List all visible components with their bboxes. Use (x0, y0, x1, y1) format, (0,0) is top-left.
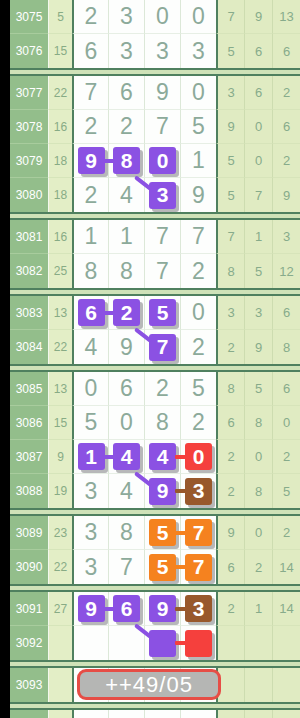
draw-row: 3079189801502 (10, 144, 300, 178)
draw-number: 3085 (10, 372, 48, 406)
aux-stat-value: 1 (244, 592, 272, 626)
draw-week-group: 308116117771330822588728512 (10, 218, 300, 290)
digit-value: 1 (192, 147, 205, 174)
digit-value: 2 (85, 113, 98, 140)
highlight-square-purple (149, 630, 176, 657)
draw-number: 3091 (10, 592, 48, 626)
draw-week-group: 3077227690362307816227590630791898015023… (10, 74, 300, 214)
digit-cell: 3 (108, 34, 144, 68)
digit-cell: 1 (72, 220, 108, 254)
digit-cell: 7 (144, 220, 180, 254)
draw-number: 3077 (10, 76, 48, 110)
digit-value: 4 (85, 334, 98, 361)
digit-value: 2 (120, 113, 133, 140)
aux-stat-value: 6 (272, 296, 300, 330)
digit-cell: 9 (144, 76, 180, 110)
aux-stat-value: 2 (272, 144, 300, 178)
sum-value: 18 (48, 178, 72, 212)
digit-cell: 7 (180, 220, 216, 254)
highlight-square-purple: 9 (149, 595, 176, 622)
highlight-square-purple: 4 (149, 443, 176, 470)
aux-stat-value: 14 (272, 550, 300, 584)
aux-stat-value: 6 (244, 76, 272, 110)
digit-value: 8 (85, 258, 98, 285)
aux-stat-value (216, 626, 244, 660)
digit-value: 6 (120, 375, 133, 402)
draw-number: 3082 (10, 254, 48, 288)
digit-cell: 0 (144, 144, 180, 178)
digit-cell: 7 (144, 110, 180, 144)
digit-cell: 3 (108, 0, 144, 34)
draw-row: 3085130625856 (10, 372, 300, 406)
digit-cell: 9 (144, 474, 180, 508)
draw-week-group: 3085130625856308615508268030879144020230… (10, 370, 300, 510)
digit-cell: 5 (180, 110, 216, 144)
digit-cell: 7 (144, 330, 180, 364)
aux-stat-value: 14 (272, 592, 300, 626)
draw-week-group: 309127969321143092 (10, 590, 300, 662)
digit-cell: 4 (108, 178, 144, 212)
aux-stat-value: 6 (272, 110, 300, 144)
sum-value: 15 (48, 406, 72, 440)
highlight-square-red (185, 630, 212, 657)
digit-cell: 2 (180, 330, 216, 364)
highlight-square-purple: 2 (113, 299, 140, 326)
digit-value: 3 (85, 478, 98, 505)
sum-value: 27 (48, 592, 72, 626)
digit-cell: 2 (72, 110, 108, 144)
digit-value: 3 (192, 38, 205, 65)
digit-cell: 9 (72, 592, 108, 626)
digit-value: 6 (85, 38, 98, 65)
digit-cell: 1 (72, 440, 108, 474)
aux-stat-value: 2 (216, 592, 244, 626)
draw-week-group: 30755230079133076156333566 (10, 0, 300, 70)
digit-value: 9 (156, 79, 169, 106)
digit-cell: 0 (72, 372, 108, 406)
digit-cell: 4 (72, 330, 108, 364)
highlight-square-orange: 7 (185, 519, 212, 546)
digit-value: 0 (192, 79, 205, 106)
aux-stat-value: 0 (272, 406, 300, 440)
digit-value: 2 (192, 258, 205, 285)
highlight-square-purple: 9 (78, 147, 105, 174)
digit-value: 3 (120, 38, 133, 65)
aux-stat-value: 8 (244, 474, 272, 508)
draw-number: 3093 (10, 668, 48, 702)
aux-stat-value: 2 (216, 474, 244, 508)
draw-number: 3084 (10, 330, 48, 364)
digit-cell: 7 (144, 254, 180, 288)
draw-row: 3086155082680 (10, 406, 300, 440)
aux-stat-value: 3 (272, 220, 300, 254)
digit-cell (144, 710, 180, 718)
highlight-square-purple: 3 (149, 182, 176, 209)
digit-value: 9 (120, 334, 133, 361)
digit-value: 8 (120, 258, 133, 285)
sum-value: 13 (48, 296, 72, 330)
aux-stat-value: 2 (216, 440, 244, 474)
sum-value: 25 (48, 254, 72, 288)
aux-stat-value: 8 (216, 372, 244, 406)
digit-cell: 8 (72, 254, 108, 288)
aux-stat-value: 5 (244, 372, 272, 406)
digit-cell: 8 (108, 516, 144, 550)
draw-row: 3084224972298 (10, 330, 300, 364)
draw-row: 3093++49/05 (10, 668, 300, 702)
digit-value: 0 (85, 375, 98, 402)
aux-stat-value: 8 (272, 330, 300, 364)
draw-row: 3083136250336 (10, 296, 300, 330)
digit-value: 2 (192, 409, 205, 436)
aux-stat-value: 9 (272, 178, 300, 212)
aux-stat-value (244, 626, 272, 660)
draw-number: 3092 (10, 626, 48, 660)
aux-stat-value: 8 (216, 254, 244, 288)
draw-row: 3076156333566 (10, 34, 300, 68)
digit-cell: 9 (144, 592, 180, 626)
digit-cell (180, 710, 216, 718)
aux-stat-value (272, 710, 300, 718)
draw-row: 308791440202 (10, 440, 300, 474)
digit-value: 4 (120, 478, 133, 505)
digit-cell: 6 (72, 296, 108, 330)
digit-cell: 3 (72, 516, 108, 550)
sum-value (48, 668, 72, 702)
aux-stat-value (244, 710, 272, 718)
draw-number: 3088 (10, 474, 48, 508)
digit-cell (72, 710, 108, 718)
draw-number: 3090 (10, 550, 48, 584)
digit-value: 7 (85, 79, 98, 106)
digit-cell: 5 (144, 550, 180, 584)
digit-cell (144, 626, 180, 660)
digit-value: 0 (156, 3, 169, 30)
connector-dash (103, 607, 115, 611)
aux-stat-value: 9 (244, 0, 272, 34)
draw-number: 3089 (10, 516, 48, 550)
sum-value: 23 (48, 516, 72, 550)
prediction-box: ++49/05 (77, 669, 221, 700)
draw-number: 3075 (10, 0, 48, 34)
aux-stat-value: 5 (216, 178, 244, 212)
aux-stat-value: 0 (244, 440, 272, 474)
draw-number: 3078 (10, 110, 48, 144)
aux-stat-value: 2 (216, 330, 244, 364)
digit-value: 3 (156, 38, 169, 65)
digit-value: 5 (85, 409, 98, 436)
draw-number: 3076 (10, 34, 48, 68)
highlight-square-purple: 6 (78, 299, 105, 326)
draw-number: 3087 (10, 440, 48, 474)
digit-value: 2 (156, 375, 169, 402)
aux-stat-value: 13 (272, 0, 300, 34)
aux-stat-value: 9 (216, 110, 244, 144)
aux-stat-value: 5 (272, 474, 300, 508)
digit-value: 8 (120, 519, 133, 546)
aux-stat-value (244, 668, 272, 702)
highlight-square-purple: 0 (149, 147, 176, 174)
draw-number: 3083 (10, 296, 48, 330)
digit-cell: 6 (108, 372, 144, 406)
digit-cell: 2 (144, 372, 180, 406)
digit-cell: 0 (180, 76, 216, 110)
aux-stat-value: 1 (244, 220, 272, 254)
aux-stat-value: 7 (244, 178, 272, 212)
aux-stat-value: 2 (272, 440, 300, 474)
sum-value: 18 (48, 144, 72, 178)
draw-number: 3094 (10, 710, 48, 718)
draw-row: 3080182439579 (10, 178, 300, 212)
aux-stat-value (272, 668, 300, 702)
draw-row: 30822588728512 (10, 254, 300, 288)
digit-value: 3 (85, 554, 98, 581)
highlight-square-orange: 5 (149, 554, 176, 581)
highlight-square-purple: 6 (113, 595, 140, 622)
aux-stat-value: 5 (216, 34, 244, 68)
digit-cell: 0 (180, 0, 216, 34)
draw-row: 3092 (10, 626, 300, 660)
highlight-square-purple: 8 (113, 147, 140, 174)
connector-dash (175, 489, 187, 493)
draw-number: 3081 (10, 220, 48, 254)
connector-dash (103, 455, 115, 459)
aux-stat-value: 6 (272, 34, 300, 68)
aux-stat-value: 0 (244, 144, 272, 178)
aux-stat-value: 6 (216, 406, 244, 440)
aux-stat-value: 2 (272, 76, 300, 110)
digit-cell: 2 (180, 254, 216, 288)
highlight-square-purple: 7 (149, 334, 176, 361)
digit-value: 5 (192, 375, 205, 402)
digit-value: 3 (85, 519, 98, 546)
aux-stat-value: 12 (272, 254, 300, 288)
highlight-square-purple: 9 (78, 595, 105, 622)
digit-value: 7 (156, 113, 169, 140)
aux-stat-value: 6 (244, 34, 272, 68)
digit-cell: 1 (108, 220, 144, 254)
highlight-square-purple: 4 (113, 443, 140, 470)
digit-cell: 5 (144, 296, 180, 330)
digit-value: 9 (192, 182, 205, 209)
digit-value: 2 (192, 334, 205, 361)
highlight-square-orange: 7 (185, 554, 212, 581)
aux-stat-value: 8 (244, 406, 272, 440)
sum-value: 19 (48, 474, 72, 508)
digit-cell: 6 (72, 34, 108, 68)
digit-cell: 4 (108, 474, 144, 508)
highlight-square-brown: 3 (185, 595, 212, 622)
digit-cell: 9 (108, 330, 144, 364)
draw-row: 3078162275906 (10, 110, 300, 144)
draw-week-group: 30831362503363084224972298 (10, 294, 300, 366)
aux-stat-value: 2 (272, 516, 300, 550)
digit-value: 1 (120, 223, 133, 250)
sum-value: 22 (48, 550, 72, 584)
digit-value: 7 (192, 223, 205, 250)
digit-cell: 7 (72, 76, 108, 110)
digit-value: 5 (192, 113, 205, 140)
digit-cell: 3 (144, 34, 180, 68)
aux-stat-value: 0 (244, 516, 272, 550)
lottery-trend-chart[interactable]: 3075523007913307615633356630772276903623… (10, 0, 300, 718)
draw-row: 3089233857902 (10, 516, 300, 550)
digit-cell: 9 (72, 144, 108, 178)
digit-cell: 2 (108, 110, 144, 144)
digit-cell: 2 (180, 406, 216, 440)
digit-value: 7 (156, 223, 169, 250)
sum-value: 5 (48, 0, 72, 34)
draw-week-group: 3094 (10, 708, 300, 718)
sum-value: 9 (48, 440, 72, 474)
digit-cell: 2 (72, 0, 108, 34)
draw-row: 3088193493285 (10, 474, 300, 508)
screen-left-edge (0, 0, 10, 718)
digit-value: 2 (85, 182, 98, 209)
highlight-square-purple: 1 (78, 443, 105, 470)
connector-dash (175, 607, 187, 611)
digit-cell: 2 (72, 178, 108, 212)
highlight-square-purple: 5 (149, 299, 176, 326)
aux-stat-value: 3 (216, 76, 244, 110)
digit-cell: 4 (144, 440, 180, 474)
sum-value: 22 (48, 330, 72, 364)
digit-value: 2 (85, 3, 98, 30)
aux-stat-value: 7 (216, 0, 244, 34)
digit-cell: 3 (72, 550, 108, 584)
digit-value: 0 (120, 409, 133, 436)
digit-cell: 5 (144, 516, 180, 550)
digit-cell: 6 (108, 76, 144, 110)
aux-stat-value (272, 626, 300, 660)
digit-cell: 7 (108, 550, 144, 584)
highlight-square-purple: 9 (149, 478, 176, 505)
draw-number: 3086 (10, 406, 48, 440)
draw-row: 3094 (10, 710, 300, 718)
aux-stat-value: 9 (244, 330, 272, 364)
aux-stat-value: 5 (216, 144, 244, 178)
digit-value: 7 (120, 554, 133, 581)
digit-cell: 1 (180, 144, 216, 178)
digit-cell: 5 (72, 406, 108, 440)
sum-value (48, 626, 72, 660)
digit-cell (108, 710, 144, 718)
sum-value (48, 710, 72, 718)
digit-value: 3 (120, 3, 133, 30)
sum-value: 15 (48, 34, 72, 68)
draw-row: 30912796932114 (10, 592, 300, 626)
digit-cell: 9 (180, 178, 216, 212)
draw-row: 3077227690362 (10, 76, 300, 110)
connector-dash (175, 641, 187, 645)
aux-stat-value (216, 710, 244, 718)
aux-stat-value: 2 (244, 550, 272, 584)
digit-value: 0 (192, 299, 205, 326)
aux-stat-value: 3 (244, 296, 272, 330)
highlight-square-red: 0 (185, 443, 212, 470)
digit-cell: 0 (144, 0, 180, 34)
aux-stat-value: 3 (216, 296, 244, 330)
aux-stat-value: 5 (244, 254, 272, 288)
digit-value: 7 (156, 258, 169, 285)
aux-stat-value: 6 (216, 550, 244, 584)
sum-value: 22 (48, 76, 72, 110)
highlight-square-brown: 3 (185, 478, 212, 505)
connector-dash (103, 159, 115, 163)
draw-week-group: 308923385790230902237576214 (10, 514, 300, 586)
highlight-square-orange: 5 (149, 519, 176, 546)
digit-cell: 0 (108, 406, 144, 440)
digit-value: 8 (156, 409, 169, 436)
connector-dash (175, 565, 187, 569)
digit-cell: 8 (108, 254, 144, 288)
aux-stat-value: 9 (216, 516, 244, 550)
digit-cell: 0 (180, 296, 216, 330)
sum-value: 13 (48, 372, 72, 406)
digit-value: 6 (120, 79, 133, 106)
sum-value: 16 (48, 110, 72, 144)
digit-cell: 3 (180, 34, 216, 68)
draw-number: 3079 (10, 144, 48, 178)
draw-week-group: 3093++49/05 (10, 666, 300, 704)
digit-value: 1 (85, 223, 98, 250)
aux-stat-value: 7 (216, 220, 244, 254)
draw-number: 3080 (10, 178, 48, 212)
digit-value: 4 (120, 182, 133, 209)
digit-cell (72, 626, 108, 660)
sum-value: 16 (48, 220, 72, 254)
digit-cell (108, 626, 144, 660)
digit-cell: 8 (144, 406, 180, 440)
digit-value: 0 (192, 3, 205, 30)
draw-row: 30902237576214 (10, 550, 300, 584)
draw-row: 3075523007913 (10, 0, 300, 34)
draw-row: 3081161177713 (10, 220, 300, 254)
connector-dash (175, 531, 187, 535)
digit-cell: 3 (72, 474, 108, 508)
aux-stat-value: 0 (244, 110, 272, 144)
digit-cell: 3 (144, 178, 180, 212)
digit-cell: 5 (180, 372, 216, 406)
connector-dash (103, 311, 115, 315)
aux-stat-value: 6 (272, 372, 300, 406)
connector-dash (175, 455, 187, 459)
